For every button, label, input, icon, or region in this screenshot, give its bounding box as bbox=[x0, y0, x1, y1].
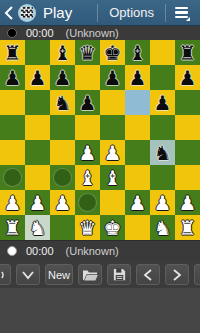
piece-white-queen: ♛ bbox=[79, 218, 97, 238]
piece-white-pawn: ♟ bbox=[154, 193, 172, 213]
square-e6[interactable] bbox=[100, 90, 125, 115]
game-toolbar: New bbox=[0, 260, 200, 288]
piece-white-pawn: ♟ bbox=[29, 193, 47, 213]
square-f8[interactable]: ♝ bbox=[125, 40, 150, 65]
square-d4[interactable]: ♟ bbox=[75, 140, 100, 165]
floppy-icon bbox=[112, 267, 127, 282]
square-e3[interactable]: ♝ bbox=[100, 165, 125, 190]
checkerboard-logo bbox=[21, 7, 33, 18]
options-button[interactable]: Options bbox=[98, 0, 165, 26]
black-player-indicator bbox=[7, 28, 17, 38]
app-icon bbox=[18, 4, 36, 22]
square-h1[interactable]: ♜ bbox=[175, 215, 200, 240]
piece-white-pawn: ♟ bbox=[79, 143, 97, 163]
black-player-name: (Unknown) bbox=[66, 27, 119, 39]
piece-black-pawn: ♟ bbox=[79, 93, 97, 113]
square-c3[interactable] bbox=[50, 165, 75, 190]
chevron-left-icon bbox=[142, 268, 154, 282]
back-icon[interactable] bbox=[4, 5, 16, 21]
square-a6[interactable] bbox=[0, 90, 25, 115]
piece-white-pawn: ♟ bbox=[129, 193, 147, 213]
piece-black-pawn: ♟ bbox=[29, 68, 47, 88]
square-e2[interactable] bbox=[100, 190, 125, 215]
legal-move-dot bbox=[53, 168, 72, 187]
empty-area bbox=[0, 288, 200, 333]
square-f3[interactable] bbox=[125, 165, 150, 190]
piece-white-king: ♚ bbox=[104, 218, 122, 238]
square-e4[interactable]: ♟ bbox=[100, 140, 125, 165]
square-c2[interactable]: ♟ bbox=[50, 190, 75, 215]
square-e8[interactable]: ♚ bbox=[100, 40, 125, 65]
square-f6[interactable] bbox=[125, 90, 150, 115]
square-g4[interactable]: ♞ bbox=[150, 140, 175, 165]
square-f4[interactable] bbox=[125, 140, 150, 165]
piece-black-rook: ♜ bbox=[4, 43, 22, 63]
square-c7[interactable]: ♟ bbox=[50, 65, 75, 90]
play-forward-button[interactable] bbox=[194, 264, 200, 285]
piece-black-pawn: ♟ bbox=[4, 68, 22, 88]
piece-white-rook: ♜ bbox=[179, 218, 197, 238]
piece-black-pawn: ♟ bbox=[129, 68, 147, 88]
menu-icon bbox=[175, 7, 188, 9]
square-g8[interactable] bbox=[150, 40, 175, 65]
square-b5[interactable] bbox=[25, 115, 50, 140]
square-h8[interactable]: ♜ bbox=[175, 40, 200, 65]
piece-white-pawn: ♟ bbox=[179, 193, 197, 213]
square-g1[interactable]: ♞ bbox=[150, 215, 175, 240]
square-b6[interactable] bbox=[25, 90, 50, 115]
square-d2[interactable] bbox=[75, 190, 100, 215]
square-g3[interactable] bbox=[150, 165, 175, 190]
square-c8[interactable]: ♝ bbox=[50, 40, 75, 65]
piece-white-knight: ♞ bbox=[29, 218, 47, 238]
action-bar: Play Options bbox=[0, 0, 200, 26]
white-player-name: (Unknown) bbox=[66, 245, 119, 257]
volume-button[interactable] bbox=[0, 264, 11, 285]
square-h6[interactable] bbox=[175, 90, 200, 115]
square-b8[interactable] bbox=[25, 40, 50, 65]
square-f5[interactable] bbox=[125, 115, 150, 140]
square-c5[interactable] bbox=[50, 115, 75, 140]
square-b1[interactable]: ♞ bbox=[25, 215, 50, 240]
square-f7[interactable]: ♟ bbox=[125, 65, 150, 90]
square-h5[interactable] bbox=[175, 115, 200, 140]
square-g2[interactable]: ♟ bbox=[150, 190, 175, 215]
square-c6[interactable]: ♞ bbox=[50, 90, 75, 115]
square-h7[interactable]: ♟ bbox=[175, 65, 200, 90]
square-f1[interactable] bbox=[125, 215, 150, 240]
square-b7[interactable]: ♟ bbox=[25, 65, 50, 90]
next-move-button[interactable] bbox=[165, 264, 189, 285]
piece-black-pawn: ♟ bbox=[179, 68, 197, 88]
piece-black-knight: ♞ bbox=[54, 93, 72, 113]
square-d3[interactable]: ♝ bbox=[75, 165, 100, 190]
legal-move-dot bbox=[78, 193, 97, 212]
square-a8[interactable]: ♜ bbox=[0, 40, 25, 65]
piece-white-bishop: ♝ bbox=[79, 168, 97, 188]
square-a4[interactable] bbox=[0, 140, 25, 165]
piece-white-knight: ♞ bbox=[154, 218, 172, 238]
square-b2[interactable]: ♟ bbox=[25, 190, 50, 215]
square-g7[interactable] bbox=[150, 65, 175, 90]
overflow-menu-button[interactable] bbox=[166, 0, 196, 26]
square-d8[interactable]: ♛ bbox=[75, 40, 100, 65]
white-clock: 00:00 bbox=[26, 245, 54, 257]
prev-move-button[interactable] bbox=[136, 264, 160, 285]
piece-black-pawn: ♟ bbox=[104, 68, 122, 88]
piece-black-bishop: ♝ bbox=[54, 43, 72, 63]
page-title: Play bbox=[43, 4, 72, 21]
square-a3[interactable] bbox=[0, 165, 25, 190]
square-a5[interactable] bbox=[0, 115, 25, 140]
save-button[interactable] bbox=[107, 264, 131, 285]
square-h2[interactable]: ♟ bbox=[175, 190, 200, 215]
square-h3[interactable] bbox=[175, 165, 200, 190]
piece-black-rook: ♜ bbox=[179, 43, 197, 63]
player-bar-white: 00:00 (Unknown) bbox=[0, 240, 200, 260]
black-clock: 00:00 bbox=[26, 27, 54, 39]
square-d1[interactable]: ♛ bbox=[75, 215, 100, 240]
app-screen: Play Options 00:00 (Unknown) ♜♝♛♚♝♜♟♟♟♟♟… bbox=[0, 0, 200, 333]
legal-move-dot bbox=[3, 168, 22, 187]
piece-black-bishop: ♝ bbox=[129, 43, 147, 63]
piece-white-pawn: ♟ bbox=[104, 143, 122, 163]
square-f2[interactable]: ♟ bbox=[125, 190, 150, 215]
piece-black-pawn: ♟ bbox=[154, 93, 172, 113]
open-button[interactable] bbox=[78, 264, 102, 285]
piece-black-knight: ♞ bbox=[154, 143, 172, 163]
white-player-indicator bbox=[7, 246, 17, 256]
square-h4[interactable] bbox=[175, 140, 200, 165]
folder-icon bbox=[82, 268, 98, 282]
collapse-button[interactable] bbox=[16, 264, 40, 285]
piece-white-pawn: ♟ bbox=[4, 193, 22, 213]
chess-board[interactable]: ♜♝♛♚♝♜♟♟♟♟♟♟♞♟♟♟♟♞♝♝♟♟♟♟♟♟♜♞♛♚♞♜ bbox=[0, 40, 200, 240]
square-e5[interactable] bbox=[100, 115, 125, 140]
player-bar-black: 00:00 (Unknown) bbox=[0, 26, 200, 40]
piece-black-king: ♚ bbox=[104, 43, 122, 63]
square-d5[interactable] bbox=[75, 115, 100, 140]
square-g5[interactable] bbox=[150, 115, 175, 140]
square-c1[interactable] bbox=[50, 215, 75, 240]
square-b4[interactable] bbox=[25, 140, 50, 165]
square-a2[interactable]: ♟ bbox=[0, 190, 25, 215]
square-d7[interactable] bbox=[75, 65, 100, 90]
chevron-right-icon bbox=[171, 268, 183, 282]
square-d6[interactable]: ♟ bbox=[75, 90, 100, 115]
chevron-down-icon bbox=[21, 269, 35, 281]
piece-black-pawn: ♟ bbox=[54, 68, 72, 88]
square-e1[interactable]: ♚ bbox=[100, 215, 125, 240]
piece-white-bishop: ♝ bbox=[104, 168, 122, 188]
square-a7[interactable]: ♟ bbox=[0, 65, 25, 90]
square-e7[interactable]: ♟ bbox=[100, 65, 125, 90]
piece-white-pawn: ♟ bbox=[54, 193, 72, 213]
square-g6[interactable]: ♟ bbox=[150, 90, 175, 115]
new-game-button[interactable]: New bbox=[45, 264, 73, 285]
square-c4[interactable] bbox=[50, 140, 75, 165]
piece-black-queen: ♛ bbox=[79, 43, 97, 63]
speaker-icon bbox=[0, 267, 7, 283]
square-a1[interactable]: ♜ bbox=[0, 215, 25, 240]
square-b3[interactable] bbox=[25, 165, 50, 190]
piece-white-rook: ♜ bbox=[4, 218, 22, 238]
